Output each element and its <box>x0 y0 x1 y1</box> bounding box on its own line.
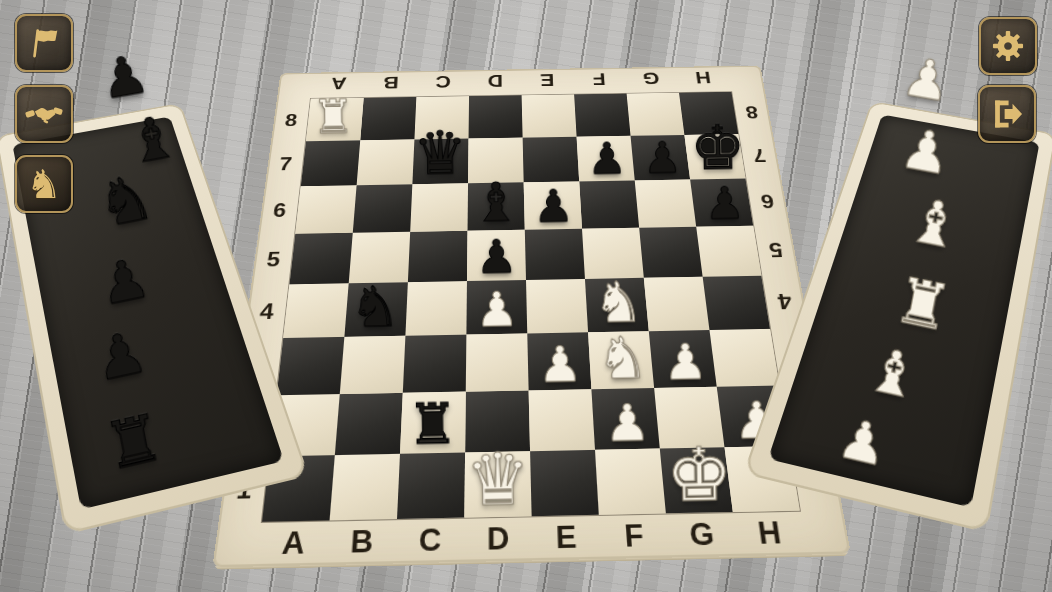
square-b7[interactable] <box>357 139 415 185</box>
square-f8[interactable] <box>574 94 630 137</box>
square-d4[interactable]: ♟ <box>466 280 527 335</box>
piece-white-pawn-e3[interactable]: ♟ <box>537 339 582 389</box>
rank-label-right-5: 5 <box>756 225 796 276</box>
rank-label-left-7: 7 <box>268 141 304 186</box>
rank-label-left-8: 8 <box>274 99 308 142</box>
square-c2[interactable]: ♜ <box>400 392 466 454</box>
square-g3[interactable]: ♟ <box>649 330 717 388</box>
piece-white-pawn-g3[interactable]: ♟ <box>663 337 708 387</box>
square-d1[interactable]: ♛ <box>464 451 531 517</box>
piece-black-knight-b4[interactable]: ♞ <box>349 279 400 336</box>
square-f3[interactable]: ♞ <box>588 331 654 389</box>
rank-label-left-6: 6 <box>261 186 298 234</box>
piece-black-pawn-h6[interactable]: ♟ <box>704 180 745 225</box>
rank-label-left-5: 5 <box>254 234 292 285</box>
flag-icon <box>25 24 63 62</box>
square-b3[interactable] <box>340 336 406 394</box>
file-label-bottom-C: C <box>395 520 464 561</box>
square-c4[interactable] <box>405 281 467 336</box>
rank-label-right-6: 6 <box>748 178 787 226</box>
square-f1[interactable] <box>595 449 666 515</box>
square-a3[interactable] <box>277 337 345 395</box>
square-c6[interactable] <box>410 183 468 231</box>
file-label-bottom-A: A <box>257 523 329 564</box>
file-label-top-B: B <box>364 72 417 93</box>
offer-draw-button[interactable] <box>15 85 73 143</box>
resign-flag-button[interactable] <box>15 14 73 72</box>
square-f6[interactable] <box>579 180 639 228</box>
square-e6[interactable]: ♟ <box>524 181 582 229</box>
file-label-bottom-H: H <box>733 513 806 554</box>
square-b2[interactable] <box>335 393 403 455</box>
square-g7[interactable]: ♟ <box>631 135 691 181</box>
square-g8[interactable] <box>627 93 685 136</box>
piece-black-pawn-d5[interactable]: ♟ <box>475 233 517 280</box>
piece-white-queen-d1[interactable]: ♛ <box>465 443 531 516</box>
piece-white-pawn-f2[interactable]: ♟ <box>604 397 650 448</box>
square-b1[interactable] <box>330 454 400 521</box>
file-label-top-H: H <box>676 67 731 88</box>
square-c3[interactable] <box>403 335 467 393</box>
file-label-bottom-B: B <box>326 521 397 562</box>
piece-black-pawn-f7[interactable]: ♟ <box>587 137 627 181</box>
chess-app-screen: ♜♛♟♟♚♝♟♟♟♞♟♞♟♞♟♜♟♟♛♚ AABBCCDDEEFFGGHH887… <box>0 0 1052 592</box>
rank-label-right-7: 7 <box>741 133 778 178</box>
square-e3[interactable]: ♟ <box>527 332 591 390</box>
square-a4[interactable] <box>283 283 348 338</box>
square-b4[interactable]: ♞ <box>344 282 408 337</box>
square-a7[interactable] <box>301 140 360 186</box>
file-label-top-F: F <box>573 68 627 89</box>
square-g5[interactable] <box>639 227 702 278</box>
square-h7[interactable]: ♚ <box>684 134 745 179</box>
board-front-edge <box>215 553 849 570</box>
square-f2[interactable]: ♟ <box>591 388 659 450</box>
gear-icon <box>989 27 1027 65</box>
square-b8[interactable] <box>360 97 416 140</box>
piece-white-knight-f3[interactable]: ♞ <box>596 330 648 388</box>
square-d5[interactable]: ♟ <box>467 230 526 281</box>
settings-button[interactable] <box>979 17 1037 75</box>
square-e8[interactable] <box>522 94 577 137</box>
square-d8[interactable] <box>469 95 523 138</box>
piece-black-bishop-d6[interactable]: ♝ <box>471 176 520 230</box>
square-c7[interactable]: ♛ <box>412 139 468 185</box>
square-d3[interactable] <box>466 333 529 391</box>
square-h6[interactable]: ♟ <box>690 178 753 226</box>
handshake-icon <box>24 94 64 134</box>
chess-board: ♜♛♟♟♚♝♟♟♟♞♟♞♟♞♟♜♟♟♛♚ AABBCCDDEEFFGGHH887… <box>212 65 851 567</box>
piece-white-knight-f4[interactable]: ♞ <box>592 275 643 332</box>
square-c5[interactable] <box>408 231 468 282</box>
square-h3[interactable] <box>709 329 779 387</box>
square-c1[interactable] <box>397 452 465 519</box>
square-g4[interactable] <box>644 277 710 331</box>
square-h5[interactable] <box>696 226 761 277</box>
piece-black-queen-c7[interactable]: ♛ <box>413 123 467 183</box>
square-a6[interactable] <box>295 185 356 234</box>
file-label-top-G: G <box>624 67 678 88</box>
knight-icon: ♞ <box>26 164 62 204</box>
square-a5[interactable] <box>289 233 352 285</box>
knight-hint-button[interactable]: ♞ <box>15 155 73 213</box>
file-label-top-E: E <box>521 69 574 90</box>
square-f7[interactable]: ♟ <box>577 136 635 182</box>
file-label-bottom-D: D <box>464 518 533 559</box>
square-e5[interactable] <box>525 229 585 280</box>
square-e1[interactable] <box>530 450 599 516</box>
piece-white-rook-a8[interactable]: ♜ <box>311 93 354 140</box>
piece-black-pawn-g7[interactable]: ♟ <box>642 136 681 180</box>
exit-button[interactable] <box>978 85 1036 143</box>
file-label-top-D: D <box>469 70 521 91</box>
square-b6[interactable] <box>353 184 413 233</box>
file-label-bottom-E: E <box>532 517 602 558</box>
square-e4[interactable] <box>526 279 588 334</box>
file-label-top-C: C <box>417 71 470 92</box>
captured-white-tray-felt: ♟♟♝♜♝♟ <box>768 115 1040 508</box>
exit-icon <box>988 95 1026 133</box>
piece-white-king-g1[interactable]: ♚ <box>665 437 732 512</box>
file-label-bottom-F: F <box>599 516 670 557</box>
square-e7[interactable] <box>523 137 580 183</box>
piece-black-king-h7[interactable]: ♚ <box>689 117 745 179</box>
piece-black-rook-c2[interactable]: ♜ <box>406 395 457 452</box>
square-d6[interactable]: ♝ <box>468 182 525 230</box>
piece-black-pawn-e6[interactable]: ♟ <box>533 183 574 228</box>
piece-white-pawn-d4[interactable]: ♟ <box>475 285 518 333</box>
square-g1[interactable]: ♚ <box>660 447 733 513</box>
square-h4[interactable] <box>703 276 770 330</box>
board-grid: ♜♛♟♟♚♝♟♟♟♞♟♞♟♞♟♜♟♟♛♚ <box>262 92 800 522</box>
chess-board-area: ♜♛♟♟♚♝♟♟♟♞♟♞♟♞♟♜♟♟♛♚ AABBCCDDEEFFGGHH887… <box>252 6 800 554</box>
file-label-bottom-G: G <box>666 514 738 555</box>
square-e2[interactable] <box>529 389 595 451</box>
square-g6[interactable] <box>635 179 696 227</box>
square-a8[interactable]: ♜ <box>306 98 364 141</box>
